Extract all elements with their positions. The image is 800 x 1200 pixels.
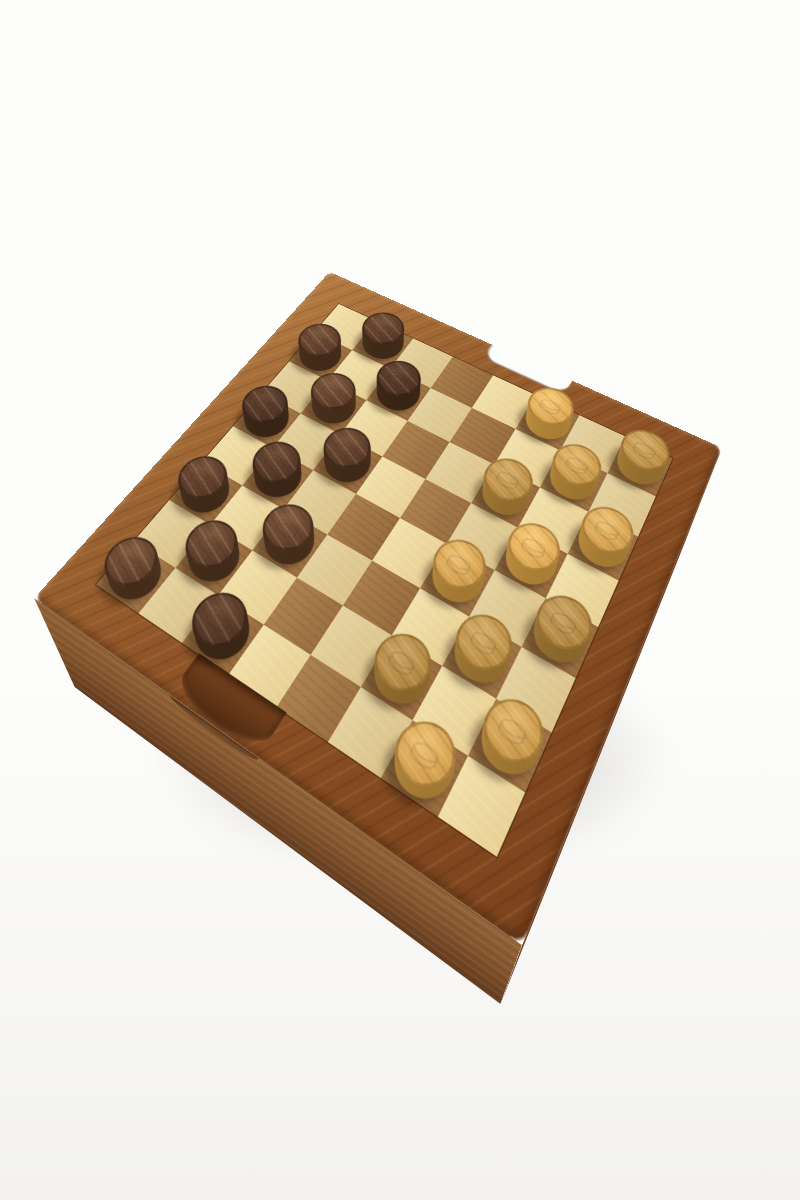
checker-piece-dark[interactable]: ⛂	[186, 598, 261, 671]
piece-top: ⛂	[182, 583, 258, 656]
checker-piece-light[interactable]: ⛀	[423, 546, 491, 612]
product-photo-background: ⛂⛀⛀⛂⛂⛀⛂⛀⛀⛂⛂⛀⛂⛀⛀⛂⛂⛀⛂⛀⛀⛂⛂⛀	[0, 0, 800, 1200]
checker-piece-light[interactable]: ⛀	[525, 601, 595, 674]
dark-man-glyph: ⛂	[110, 542, 152, 581]
piece-top: ⛀	[474, 688, 552, 775]
piece-top: ⛀	[385, 710, 466, 800]
checker-piece-light[interactable]: ⛀	[498, 530, 564, 595]
checker-piece-light[interactable]: ⛀	[385, 724, 464, 812]
light-man-glyph: ⛀	[440, 544, 479, 583]
checker-piece-light[interactable]: ⛀	[471, 702, 548, 788]
piece-top: ⛀	[364, 624, 440, 702]
dark-man-glyph: ⛂	[198, 598, 241, 641]
checker-piece-light[interactable]: ⛀	[570, 514, 635, 577]
light-man-glyph: ⛀	[464, 620, 505, 664]
checker-piece-dark[interactable]: ⛂	[100, 544, 172, 610]
piece-top: ⛂	[175, 512, 247, 577]
scene: ⛂⛀⛀⛂⛂⛀⛂⛀⛀⛂⛂⛀⛂⛀⛀⛂⛂⛀⛂⛀⛀⛂⛂⛀	[150, 268, 650, 768]
checker-piece-light[interactable]: ⛀	[364, 638, 439, 715]
light-man-glyph: ⛀	[515, 528, 553, 566]
light-man-glyph: ⛀	[589, 511, 625, 548]
piece-top: ⛂	[94, 528, 168, 595]
light-man-glyph: ⛀	[491, 705, 535, 756]
dark-man-glyph: ⛂	[269, 509, 308, 546]
light-man-glyph: ⛀	[403, 727, 448, 780]
checker-piece-dark[interactable]: ⛂	[179, 527, 249, 591]
dark-man-glyph: ⛂	[190, 525, 231, 563]
checker-piece-dark[interactable]: ⛂	[256, 512, 324, 575]
light-man-glyph: ⛀	[381, 639, 424, 685]
piece-top: ⛀	[447, 605, 521, 681]
checker-piece-light[interactable]: ⛀	[446, 619, 518, 694]
light-man-glyph: ⛀	[544, 601, 584, 644]
